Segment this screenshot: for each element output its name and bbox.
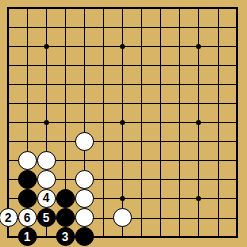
intersection[interactable] (170, 113, 189, 132)
intersection[interactable]: 5 (37, 208, 56, 227)
intersection[interactable] (18, 151, 37, 170)
intersection[interactable] (0, 151, 18, 170)
intersection[interactable] (227, 208, 246, 227)
star-point (120, 44, 125, 49)
intersection[interactable]: 1 (18, 227, 37, 246)
intersection[interactable] (208, 75, 227, 94)
intersection[interactable] (113, 189, 132, 208)
intersection[interactable] (227, 18, 246, 37)
intersection[interactable] (75, 75, 94, 94)
intersection[interactable] (56, 208, 75, 227)
intersection[interactable] (132, 208, 151, 227)
intersection[interactable] (189, 94, 208, 113)
black-stone[interactable]: 3 (56, 227, 75, 246)
intersection[interactable] (189, 18, 208, 37)
intersection[interactable] (189, 56, 208, 75)
intersection[interactable] (189, 227, 208, 246)
intersection[interactable] (37, 227, 56, 246)
intersection[interactable] (189, 170, 208, 189)
move-number: 2 (5, 212, 12, 224)
black-stone[interactable] (18, 170, 37, 189)
intersection[interactable] (227, 94, 246, 113)
intersection[interactable] (56, 18, 75, 37)
intersection[interactable] (208, 208, 227, 227)
intersection[interactable] (113, 151, 132, 170)
intersection[interactable] (18, 56, 37, 75)
white-stone[interactable] (75, 170, 94, 189)
intersection[interactable] (189, 189, 208, 208)
intersection[interactable] (94, 189, 113, 208)
intersection[interactable] (94, 94, 113, 113)
intersection[interactable] (113, 94, 132, 113)
intersection[interactable] (208, 151, 227, 170)
intersection[interactable] (37, 37, 56, 56)
intersection[interactable] (151, 208, 170, 227)
intersection[interactable] (75, 94, 94, 113)
intersection[interactable] (18, 189, 37, 208)
intersection[interactable] (18, 37, 37, 56)
intersection[interactable] (113, 170, 132, 189)
intersection[interactable] (227, 189, 246, 208)
intersection[interactable] (151, 132, 170, 151)
intersection[interactable] (37, 151, 56, 170)
move-number: 6 (24, 212, 31, 224)
intersection[interactable] (227, 37, 246, 56)
intersection[interactable] (151, 75, 170, 94)
white-stone[interactable] (113, 208, 132, 227)
intersection[interactable] (75, 189, 94, 208)
intersection[interactable] (56, 170, 75, 189)
intersection[interactable] (0, 94, 18, 113)
star-point (44, 120, 49, 125)
intersection[interactable] (208, 170, 227, 189)
intersection[interactable] (208, 113, 227, 132)
intersection[interactable] (170, 170, 189, 189)
intersection[interactable] (37, 18, 56, 37)
go-board: 426513 (0, 0, 247, 247)
intersection[interactable] (0, 75, 18, 94)
intersection[interactable] (94, 132, 113, 151)
intersection[interactable] (132, 0, 151, 18)
intersection[interactable]: 2 (0, 208, 18, 227)
intersection[interactable] (75, 170, 94, 189)
intersection[interactable] (151, 94, 170, 113)
intersection[interactable] (75, 132, 94, 151)
intersection[interactable] (56, 132, 75, 151)
black-stone[interactable]: 5 (37, 208, 56, 227)
intersection[interactable] (208, 18, 227, 37)
intersection[interactable] (37, 56, 56, 75)
intersection[interactable] (18, 170, 37, 189)
intersection[interactable] (113, 227, 132, 246)
black-stone[interactable] (56, 208, 75, 227)
intersection[interactable] (170, 18, 189, 37)
white-stone[interactable]: 2 (0, 208, 18, 227)
intersection[interactable] (227, 0, 246, 18)
intersection[interactable] (132, 151, 151, 170)
star-point (120, 120, 125, 125)
intersection[interactable] (0, 0, 18, 18)
intersection[interactable] (208, 37, 227, 56)
board-grid: 426513 (0, 0, 246, 246)
intersection[interactable] (132, 18, 151, 37)
intersection[interactable] (170, 0, 189, 18)
intersection[interactable] (18, 113, 37, 132)
intersection[interactable] (37, 94, 56, 113)
intersection[interactable] (113, 37, 132, 56)
intersection[interactable] (56, 113, 75, 132)
intersection[interactable] (151, 56, 170, 75)
intersection[interactable] (189, 113, 208, 132)
intersection[interactable] (151, 37, 170, 56)
intersection[interactable] (18, 132, 37, 151)
move-number: 4 (43, 192, 50, 204)
intersection[interactable] (208, 189, 227, 208)
intersection[interactable] (132, 56, 151, 75)
intersection[interactable]: 3 (56, 227, 75, 246)
white-stone[interactable] (75, 132, 94, 151)
intersection[interactable] (37, 0, 56, 18)
intersection[interactable] (113, 0, 132, 18)
intersection[interactable] (151, 170, 170, 189)
intersection[interactable] (170, 94, 189, 113)
black-stone[interactable] (18, 189, 37, 208)
intersection[interactable] (94, 37, 113, 56)
intersection[interactable] (227, 113, 246, 132)
intersection[interactable] (170, 37, 189, 56)
intersection[interactable] (113, 18, 132, 37)
white-stone[interactable] (18, 151, 37, 170)
intersection[interactable] (170, 208, 189, 227)
intersection[interactable] (37, 113, 56, 132)
move-number: 5 (43, 212, 50, 224)
intersection[interactable] (94, 56, 113, 75)
intersection[interactable] (208, 227, 227, 246)
black-stone[interactable] (75, 227, 94, 246)
move-number: 3 (62, 231, 69, 243)
intersection[interactable] (56, 94, 75, 113)
intersection[interactable] (132, 132, 151, 151)
intersection[interactable] (113, 113, 132, 132)
intersection[interactable] (56, 151, 75, 170)
intersection[interactable] (189, 208, 208, 227)
intersection[interactable] (189, 0, 208, 18)
intersection[interactable] (94, 75, 113, 94)
intersection[interactable] (151, 18, 170, 37)
intersection[interactable] (37, 75, 56, 94)
intersection[interactable] (75, 208, 94, 227)
intersection[interactable] (18, 0, 37, 18)
intersection[interactable] (132, 94, 151, 113)
intersection[interactable] (208, 56, 227, 75)
intersection[interactable]: 4 (37, 189, 56, 208)
intersection[interactable] (170, 75, 189, 94)
intersection[interactable] (75, 37, 94, 56)
black-stone[interactable]: 1 (18, 227, 37, 246)
intersection[interactable] (0, 132, 18, 151)
intersection[interactable] (132, 189, 151, 208)
intersection[interactable] (170, 189, 189, 208)
white-stone[interactable] (75, 208, 94, 227)
intersection[interactable] (132, 170, 151, 189)
intersection[interactable] (170, 132, 189, 151)
white-stone[interactable] (75, 189, 94, 208)
white-stone[interactable]: 4 (37, 189, 56, 208)
intersection[interactable] (189, 132, 208, 151)
intersection[interactable] (56, 56, 75, 75)
intersection[interactable] (0, 37, 18, 56)
intersection[interactable] (189, 151, 208, 170)
intersection[interactable] (94, 151, 113, 170)
intersection[interactable] (0, 113, 18, 132)
intersection[interactable] (0, 189, 18, 208)
intersection[interactable] (170, 227, 189, 246)
intersection[interactable] (132, 37, 151, 56)
intersection[interactable] (132, 113, 151, 132)
intersection[interactable] (75, 0, 94, 18)
intersection[interactable] (18, 94, 37, 113)
intersection[interactable] (227, 132, 246, 151)
intersection[interactable] (94, 0, 113, 18)
white-stone[interactable] (37, 170, 56, 189)
intersection[interactable] (227, 151, 246, 170)
intersection[interactable] (151, 113, 170, 132)
intersection[interactable] (170, 56, 189, 75)
intersection[interactable] (0, 56, 18, 75)
intersection[interactable] (56, 0, 75, 18)
intersection[interactable]: 6 (18, 208, 37, 227)
intersection[interactable] (189, 37, 208, 56)
intersection[interactable] (18, 18, 37, 37)
intersection[interactable] (75, 56, 94, 75)
intersection[interactable] (208, 132, 227, 151)
star-point (120, 196, 125, 201)
white-stone[interactable] (37, 151, 56, 170)
intersection[interactable] (113, 208, 132, 227)
intersection[interactable] (56, 37, 75, 56)
intersection[interactable] (94, 18, 113, 37)
intersection[interactable] (208, 94, 227, 113)
star-point (196, 44, 201, 49)
move-number: 1 (24, 231, 31, 243)
intersection[interactable] (227, 170, 246, 189)
white-stone[interactable]: 6 (18, 208, 37, 227)
intersection[interactable] (75, 151, 94, 170)
intersection[interactable] (0, 18, 18, 37)
intersection[interactable] (151, 0, 170, 18)
intersection[interactable] (208, 0, 227, 18)
intersection[interactable] (37, 132, 56, 151)
star-point (44, 44, 49, 49)
intersection[interactable] (37, 170, 56, 189)
intersection[interactable] (189, 75, 208, 94)
intersection[interactable] (75, 18, 94, 37)
intersection[interactable] (94, 170, 113, 189)
intersection[interactable] (151, 227, 170, 246)
intersection[interactable] (94, 113, 113, 132)
intersection[interactable] (132, 227, 151, 246)
intersection[interactable] (75, 227, 94, 246)
intersection[interactable] (56, 75, 75, 94)
intersection[interactable] (56, 189, 75, 208)
intersection[interactable] (94, 208, 113, 227)
star-point (196, 120, 201, 125)
intersection[interactable] (0, 227, 18, 246)
intersection[interactable] (0, 170, 18, 189)
intersection[interactable] (227, 56, 246, 75)
intersection[interactable] (113, 75, 132, 94)
intersection[interactable] (75, 113, 94, 132)
intersection[interactable] (113, 56, 132, 75)
intersection[interactable] (94, 227, 113, 246)
intersection[interactable] (113, 132, 132, 151)
intersection[interactable] (132, 75, 151, 94)
intersection[interactable] (151, 151, 170, 170)
black-stone[interactable] (56, 189, 75, 208)
intersection[interactable] (151, 189, 170, 208)
intersection[interactable] (18, 75, 37, 94)
intersection[interactable] (227, 75, 246, 94)
intersection[interactable] (170, 151, 189, 170)
intersection[interactable] (227, 227, 246, 246)
star-point (196, 196, 201, 201)
